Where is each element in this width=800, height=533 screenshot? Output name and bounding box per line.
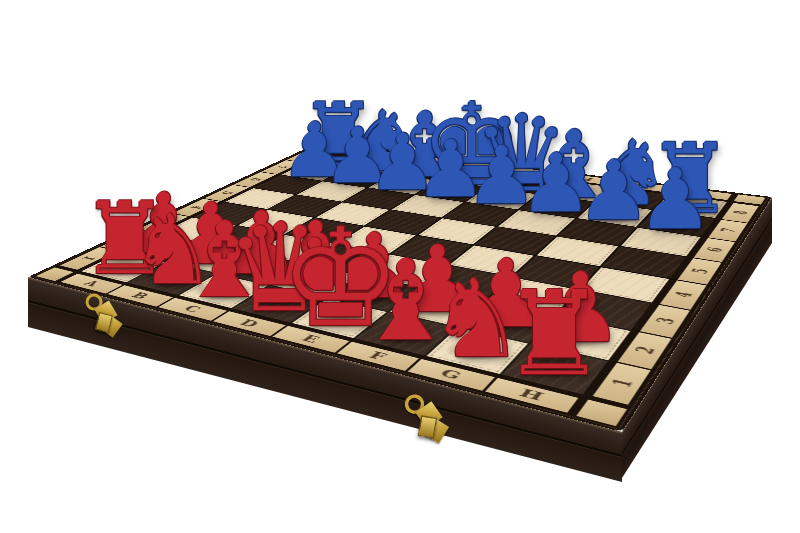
- rank-label-2: 2: [618, 332, 672, 369]
- rank-label-3: 3: [640, 305, 690, 338]
- chess-set-photo: ABCDEFGH ABCDEFGH 87654321 87654321 ♜♞♝♚…: [0, 0, 800, 533]
- rank-label-4: 4: [660, 280, 707, 309]
